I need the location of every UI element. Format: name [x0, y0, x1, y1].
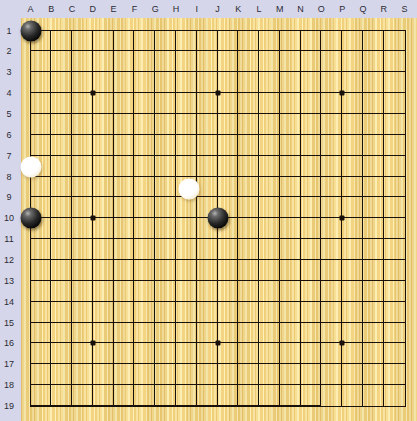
- intersection-cell[interactable]: [134, 364, 155, 385]
- intersection-cell[interactable]: [238, 218, 259, 239]
- intersection-cell[interactable]: [197, 385, 218, 406]
- intersection-cell[interactable]: [51, 51, 72, 72]
- intersection-cell[interactable]: [72, 72, 93, 93]
- intersection-cell[interactable]: [134, 114, 155, 135]
- intersection-cell[interactable]: [155, 302, 176, 323]
- intersection-cell[interactable]: [342, 72, 363, 93]
- intersection-cell[interactable]: [155, 31, 176, 52]
- intersection-cell[interactable]: [155, 343, 176, 364]
- intersection-cell[interactable]: [384, 302, 405, 323]
- intersection-cell[interactable]: [218, 31, 239, 52]
- intersection-cell[interactable]: [321, 323, 342, 344]
- intersection-cell[interactable]: [301, 239, 322, 260]
- intersection-cell[interactable]: [72, 260, 93, 281]
- intersection-cell[interactable]: [363, 302, 384, 323]
- intersection-cell[interactable]: [384, 260, 405, 281]
- intersection-cell[interactable]: [280, 323, 301, 344]
- intersection-cell[interactable]: [259, 218, 280, 239]
- intersection-cell[interactable]: [197, 281, 218, 302]
- intersection-cell[interactable]: [176, 281, 197, 302]
- intersection-cell[interactable]: [155, 114, 176, 135]
- intersection-cell[interactable]: [114, 51, 135, 72]
- intersection-cell[interactable]: [72, 218, 93, 239]
- intersection-cell[interactable]: [114, 260, 135, 281]
- intersection-cell[interactable]: [218, 135, 239, 156]
- intersection-cell[interactable]: [197, 114, 218, 135]
- intersection-cell[interactable]: [384, 323, 405, 344]
- intersection-cell[interactable]: [238, 156, 259, 177]
- intersection-cell[interactable]: [342, 114, 363, 135]
- intersection-cell[interactable]: [51, 177, 72, 198]
- intersection-cell[interactable]: [134, 197, 155, 218]
- intersection-cell[interactable]: [72, 156, 93, 177]
- intersection-cell[interactable]: [176, 260, 197, 281]
- intersection-cell[interactable]: [363, 177, 384, 198]
- intersection-cell[interactable]: [238, 385, 259, 406]
- intersection-cell[interactable]: [176, 72, 197, 93]
- intersection-cell[interactable]: [72, 302, 93, 323]
- intersection-cell[interactable]: [238, 197, 259, 218]
- intersection-cell[interactable]: [280, 177, 301, 198]
- intersection-cell[interactable]: [238, 177, 259, 198]
- intersection-cell[interactable]: [301, 72, 322, 93]
- intersection-cell[interactable]: [342, 302, 363, 323]
- intersection-cell[interactable]: [31, 343, 52, 364]
- intersection-cell[interactable]: [342, 197, 363, 218]
- intersection-cell[interactable]: [134, 385, 155, 406]
- intersection-cell[interactable]: [114, 323, 135, 344]
- intersection-cell[interactable]: [384, 31, 405, 52]
- intersection-cell[interactable]: [238, 343, 259, 364]
- intersection-cell[interactable]: [51, 72, 72, 93]
- intersection-cell[interactable]: [72, 239, 93, 260]
- intersection-cell[interactable]: [155, 281, 176, 302]
- intersection-cell[interactable]: [93, 323, 114, 344]
- intersection-cell[interactable]: [259, 385, 280, 406]
- intersection-cell[interactable]: [155, 218, 176, 239]
- intersection-cell[interactable]: [93, 302, 114, 323]
- intersection-cell[interactable]: [176, 197, 197, 218]
- intersection-cell[interactable]: [114, 385, 135, 406]
- intersection-cell[interactable]: [114, 343, 135, 364]
- intersection-cell[interactable]: [321, 302, 342, 323]
- intersection-cell[interactable]: [342, 156, 363, 177]
- intersection-cell[interactable]: [176, 135, 197, 156]
- intersection-cell[interactable]: [176, 364, 197, 385]
- intersection-cell[interactable]: [342, 260, 363, 281]
- intersection-cell[interactable]: [51, 93, 72, 114]
- intersection-cell[interactable]: [259, 114, 280, 135]
- intersection-cell[interactable]: [51, 114, 72, 135]
- intersection-cell[interactable]: [259, 93, 280, 114]
- intersection-cell[interactable]: [72, 135, 93, 156]
- intersection-cell[interactable]: [384, 93, 405, 114]
- intersection-cell[interactable]: [363, 114, 384, 135]
- intersection-cell[interactable]: [342, 93, 363, 114]
- intersection-cell[interactable]: [114, 93, 135, 114]
- intersection-cell[interactable]: [176, 302, 197, 323]
- intersection-cell[interactable]: [259, 364, 280, 385]
- intersection-cell[interactable]: [342, 364, 363, 385]
- intersection-cell[interactable]: [238, 51, 259, 72]
- intersection-cell[interactable]: [218, 302, 239, 323]
- intersection-cell[interactable]: [51, 385, 72, 406]
- intersection-cell[interactable]: [218, 51, 239, 72]
- intersection-cell[interactable]: [72, 364, 93, 385]
- intersection-cell[interactable]: [218, 343, 239, 364]
- intersection-cell[interactable]: [197, 51, 218, 72]
- intersection-cell[interactable]: [363, 156, 384, 177]
- intersection-cell[interactable]: [114, 31, 135, 52]
- intersection-cell[interactable]: [301, 364, 322, 385]
- intersection-cell[interactable]: [155, 72, 176, 93]
- intersection-cell[interactable]: [51, 31, 72, 52]
- intersection-cell[interactable]: [93, 281, 114, 302]
- intersection-cell[interactable]: [280, 156, 301, 177]
- intersection-cell[interactable]: [280, 281, 301, 302]
- intersection-cell[interactable]: [218, 281, 239, 302]
- intersection-cell[interactable]: [114, 135, 135, 156]
- intersection-cell[interactable]: [51, 343, 72, 364]
- intersection-cell[interactable]: [321, 239, 342, 260]
- intersection-cell[interactable]: [134, 135, 155, 156]
- intersection-cell[interactable]: [301, 260, 322, 281]
- intersection-cell[interactable]: [321, 135, 342, 156]
- intersection-cell[interactable]: [280, 343, 301, 364]
- intersection-cell[interactable]: [31, 385, 52, 406]
- intersection-cell[interactable]: [238, 302, 259, 323]
- intersection-cell[interactable]: [72, 31, 93, 52]
- intersection-cell[interactable]: [384, 51, 405, 72]
- intersection-cell[interactable]: [51, 239, 72, 260]
- intersection-cell[interactable]: [114, 239, 135, 260]
- intersection-cell[interactable]: [280, 72, 301, 93]
- intersection-cell[interactable]: [384, 364, 405, 385]
- intersection-cell[interactable]: [384, 281, 405, 302]
- intersection-cell[interactable]: [31, 135, 52, 156]
- intersection-cell[interactable]: [114, 197, 135, 218]
- intersection-cell[interactable]: [238, 93, 259, 114]
- intersection-cell[interactable]: [134, 177, 155, 198]
- intersection-cell[interactable]: [321, 197, 342, 218]
- intersection-cell[interactable]: [114, 177, 135, 198]
- intersection-cell[interactable]: [238, 323, 259, 344]
- intersection-cell[interactable]: [342, 385, 363, 406]
- intersection-cell[interactable]: [51, 260, 72, 281]
- intersection-cell[interactable]: [363, 323, 384, 344]
- intersection-cell[interactable]: [31, 260, 52, 281]
- intersection-cell[interactable]: [51, 218, 72, 239]
- intersection-cell[interactable]: [31, 114, 52, 135]
- intersection-cell[interactable]: [176, 93, 197, 114]
- intersection-cell[interactable]: [280, 302, 301, 323]
- intersection-cell[interactable]: [197, 239, 218, 260]
- intersection-cell[interactable]: [238, 260, 259, 281]
- intersection-cell[interactable]: [197, 135, 218, 156]
- intersection-cell[interactable]: [134, 260, 155, 281]
- intersection-cell[interactable]: [93, 114, 114, 135]
- intersection-cell[interactable]: [93, 260, 114, 281]
- intersection-cell[interactable]: [51, 281, 72, 302]
- intersection-cell[interactable]: [176, 385, 197, 406]
- intersection-cell[interactable]: [114, 156, 135, 177]
- intersection-cell[interactable]: [218, 323, 239, 344]
- intersection-cell[interactable]: [363, 51, 384, 72]
- intersection-cell[interactable]: [280, 93, 301, 114]
- intersection-cell[interactable]: [363, 281, 384, 302]
- intersection-cell[interactable]: [321, 72, 342, 93]
- intersection-cell[interactable]: [176, 51, 197, 72]
- intersection-cell[interactable]: [363, 197, 384, 218]
- intersection-cell[interactable]: [363, 260, 384, 281]
- intersection-cell[interactable]: [384, 72, 405, 93]
- intersection-cell[interactable]: [363, 218, 384, 239]
- intersection-cell[interactable]: [259, 177, 280, 198]
- intersection-cell[interactable]: [155, 323, 176, 344]
- intersection-cell[interactable]: [259, 197, 280, 218]
- intersection-cell[interactable]: [342, 323, 363, 344]
- intersection-cell[interactable]: [321, 51, 342, 72]
- intersection-cell[interactable]: [259, 281, 280, 302]
- intersection-cell[interactable]: [259, 156, 280, 177]
- intersection-cell[interactable]: [31, 51, 52, 72]
- intersection-cell[interactable]: [321, 156, 342, 177]
- intersection-cell[interactable]: [93, 156, 114, 177]
- intersection-cell[interactable]: [31, 177, 52, 198]
- intersection-cell[interactable]: [134, 93, 155, 114]
- intersection-cell[interactable]: [238, 281, 259, 302]
- intersection-cell[interactable]: [301, 156, 322, 177]
- intersection-cell[interactable]: [280, 31, 301, 52]
- intersection-cell[interactable]: [93, 135, 114, 156]
- intersection-cell[interactable]: [72, 343, 93, 364]
- intersection-cell[interactable]: [238, 114, 259, 135]
- intersection-cell[interactable]: [218, 364, 239, 385]
- intersection-cell[interactable]: [31, 323, 52, 344]
- intersection-cell[interactable]: [238, 135, 259, 156]
- intersection-cell[interactable]: [93, 239, 114, 260]
- intersection-cell[interactable]: [51, 323, 72, 344]
- intersection-cell[interactable]: [176, 218, 197, 239]
- intersection-cell[interactable]: [321, 31, 342, 52]
- intersection-cell[interactable]: [218, 260, 239, 281]
- intersection-cell[interactable]: [31, 281, 52, 302]
- intersection-cell[interactable]: [301, 385, 322, 406]
- intersection-cell[interactable]: [155, 93, 176, 114]
- intersection-cell[interactable]: [301, 343, 322, 364]
- intersection-cell[interactable]: [321, 364, 342, 385]
- intersection-cell[interactable]: [93, 364, 114, 385]
- intersection-cell[interactable]: [197, 72, 218, 93]
- intersection-cell[interactable]: [31, 93, 52, 114]
- intersection-cell[interactable]: [176, 343, 197, 364]
- intersection-cell[interactable]: [155, 239, 176, 260]
- intersection-cell[interactable]: [155, 260, 176, 281]
- intersection-cell[interactable]: [176, 156, 197, 177]
- intersection-cell[interactable]: [72, 51, 93, 72]
- intersection-cell[interactable]: [301, 218, 322, 239]
- intersection-cell[interactable]: [134, 218, 155, 239]
- intersection-cell[interactable]: [301, 281, 322, 302]
- intersection-cell[interactable]: [197, 323, 218, 344]
- intersection-cell[interactable]: [134, 323, 155, 344]
- intersection-cell[interactable]: [280, 239, 301, 260]
- intersection-cell[interactable]: [342, 51, 363, 72]
- intersection-cell[interactable]: [51, 197, 72, 218]
- intersection-cell[interactable]: [93, 51, 114, 72]
- intersection-cell[interactable]: [134, 51, 155, 72]
- intersection-cell[interactable]: [93, 197, 114, 218]
- intersection-cell[interactable]: [114, 72, 135, 93]
- intersection-cell[interactable]: [363, 93, 384, 114]
- intersection-cell[interactable]: [218, 93, 239, 114]
- intersection-cell[interactable]: [31, 239, 52, 260]
- intersection-cell[interactable]: [321, 93, 342, 114]
- intersection-cell[interactable]: [93, 343, 114, 364]
- intersection-cell[interactable]: [384, 385, 405, 406]
- intersection-cell[interactable]: [114, 281, 135, 302]
- intersection-cell[interactable]: [259, 239, 280, 260]
- intersection-cell[interactable]: [134, 156, 155, 177]
- intersection-cell[interactable]: [321, 114, 342, 135]
- go-board[interactable]: [21, 18, 417, 421]
- intersection-cell[interactable]: [363, 385, 384, 406]
- intersection-cell[interactable]: [342, 343, 363, 364]
- intersection-cell[interactable]: [238, 72, 259, 93]
- intersection-cell[interactable]: [321, 260, 342, 281]
- intersection-cell[interactable]: [238, 31, 259, 52]
- intersection-cell[interactable]: [72, 197, 93, 218]
- intersection-cell[interactable]: [321, 343, 342, 364]
- intersection-cell[interactable]: [342, 239, 363, 260]
- intersection-cell[interactable]: [363, 135, 384, 156]
- intersection-cell[interactable]: [301, 51, 322, 72]
- intersection-cell[interactable]: [176, 239, 197, 260]
- intersection-cell[interactable]: [197, 31, 218, 52]
- intersection-cell[interactable]: [384, 177, 405, 198]
- intersection-cell[interactable]: [259, 343, 280, 364]
- intersection-cell[interactable]: [155, 135, 176, 156]
- intersection-cell[interactable]: [93, 385, 114, 406]
- intersection-cell[interactable]: [114, 302, 135, 323]
- intersection-cell[interactable]: [72, 93, 93, 114]
- intersection-cell[interactable]: [259, 302, 280, 323]
- intersection-cell[interactable]: [342, 31, 363, 52]
- intersection-cell[interactable]: [301, 302, 322, 323]
- intersection-cell[interactable]: [280, 260, 301, 281]
- intersection-cell[interactable]: [301, 135, 322, 156]
- intersection-cell[interactable]: [134, 302, 155, 323]
- intersection-cell[interactable]: [218, 156, 239, 177]
- intersection-cell[interactable]: [342, 135, 363, 156]
- intersection-cell[interactable]: [155, 197, 176, 218]
- intersection-cell[interactable]: [280, 135, 301, 156]
- intersection-cell[interactable]: [384, 239, 405, 260]
- intersection-cell[interactable]: [363, 72, 384, 93]
- intersection-cell[interactable]: [72, 177, 93, 198]
- intersection-cell[interactable]: [51, 364, 72, 385]
- intersection-cell[interactable]: [31, 72, 52, 93]
- intersection-cell[interactable]: [31, 302, 52, 323]
- intersection-cell[interactable]: [72, 281, 93, 302]
- intersection-cell[interactable]: [363, 31, 384, 52]
- intersection-cell[interactable]: [197, 343, 218, 364]
- intersection-cell[interactable]: [259, 31, 280, 52]
- intersection-cell[interactable]: [176, 323, 197, 344]
- intersection-cell[interactable]: [134, 72, 155, 93]
- intersection-cell[interactable]: [93, 218, 114, 239]
- intersection-cell[interactable]: [259, 135, 280, 156]
- intersection-cell[interactable]: [93, 177, 114, 198]
- board-grid[interactable]: [30, 30, 406, 408]
- intersection-cell[interactable]: [31, 364, 52, 385]
- intersection-cell[interactable]: [93, 72, 114, 93]
- intersection-cell[interactable]: [238, 239, 259, 260]
- intersection-cell[interactable]: [134, 281, 155, 302]
- intersection-cell[interactable]: [342, 177, 363, 198]
- intersection-cell[interactable]: [301, 177, 322, 198]
- intersection-cell[interactable]: [259, 51, 280, 72]
- intersection-cell[interactable]: [384, 114, 405, 135]
- intersection-cell[interactable]: [301, 93, 322, 114]
- intersection-cell[interactable]: [218, 72, 239, 93]
- intersection-cell[interactable]: [51, 302, 72, 323]
- intersection-cell[interactable]: [93, 31, 114, 52]
- intersection-cell[interactable]: [301, 197, 322, 218]
- intersection-cell[interactable]: [218, 385, 239, 406]
- intersection-cell[interactable]: [259, 323, 280, 344]
- intersection-cell[interactable]: [301, 323, 322, 344]
- intersection-cell[interactable]: [72, 114, 93, 135]
- intersection-cell[interactable]: [363, 239, 384, 260]
- intersection-cell[interactable]: [155, 385, 176, 406]
- intersection-cell[interactable]: [72, 385, 93, 406]
- intersection-cell[interactable]: [384, 218, 405, 239]
- intersection-cell[interactable]: [197, 364, 218, 385]
- intersection-cell[interactable]: [238, 364, 259, 385]
- intersection-cell[interactable]: [155, 364, 176, 385]
- intersection-cell[interactable]: [384, 343, 405, 364]
- intersection-cell[interactable]: [280, 51, 301, 72]
- intersection-cell[interactable]: [301, 114, 322, 135]
- intersection-cell[interactable]: [321, 218, 342, 239]
- intersection-cell[interactable]: [218, 114, 239, 135]
- intersection-cell[interactable]: [197, 93, 218, 114]
- intersection-cell[interactable]: [363, 343, 384, 364]
- intersection-cell[interactable]: [155, 51, 176, 72]
- intersection-cell[interactable]: [280, 114, 301, 135]
- intersection-cell[interactable]: [342, 281, 363, 302]
- intersection-cell[interactable]: [134, 239, 155, 260]
- intersection-cell[interactable]: [218, 177, 239, 198]
- intersection-cell[interactable]: [280, 364, 301, 385]
- intersection-cell[interactable]: [51, 135, 72, 156]
- intersection-cell[interactable]: [259, 72, 280, 93]
- intersection-cell[interactable]: [114, 114, 135, 135]
- intersection-cell[interactable]: [342, 218, 363, 239]
- intersection-cell[interactable]: [321, 281, 342, 302]
- intersection-cell[interactable]: [197, 156, 218, 177]
- intersection-cell[interactable]: [280, 197, 301, 218]
- intersection-cell[interactable]: [197, 260, 218, 281]
- intersection-cell[interactable]: [301, 31, 322, 52]
- intersection-cell[interactable]: [51, 156, 72, 177]
- intersection-cell[interactable]: [114, 364, 135, 385]
- intersection-cell[interactable]: [259, 260, 280, 281]
- intersection-cell[interactable]: [280, 385, 301, 406]
- intersection-cell[interactable]: [176, 114, 197, 135]
- intersection-cell[interactable]: [280, 218, 301, 239]
